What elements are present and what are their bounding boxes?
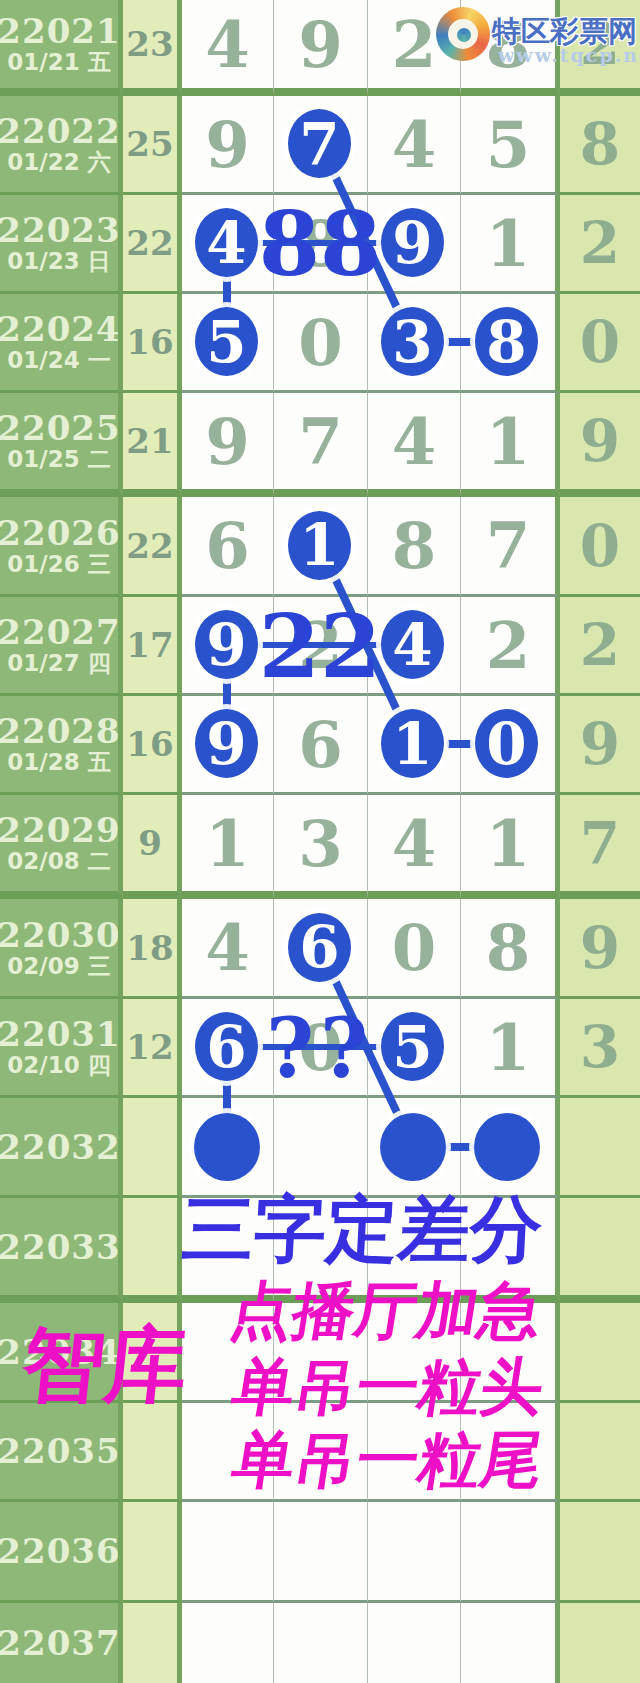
tail-digit-cell: 0 — [560, 294, 640, 393]
digit-cell — [367, 1502, 460, 1603]
lottery-trend-chart: 2202101/21 五23492822202201/22 六259458220… — [0, 0, 640, 1683]
tail-digit-cell — [560, 1603, 640, 1683]
draw-row: 22036 — [0, 1502, 640, 1603]
sum-cell: 21 — [123, 393, 182, 497]
digit-cell: 1 — [182, 795, 273, 899]
period-number: 22031 — [0, 1016, 121, 1052]
circled-digit: 7 — [288, 109, 351, 178]
digit-cell: 7 — [460, 497, 560, 597]
digit-cell: 6 — [182, 497, 273, 597]
site-url-watermark: www.tqcp.net — [498, 44, 640, 66]
period-number: 22022 — [0, 113, 121, 149]
overlay-number-88: 88 — [240, 196, 400, 292]
draw-row: 22032 — [0, 1098, 640, 1198]
circled-digit: 5 — [195, 307, 258, 376]
digit-cell: 2 — [460, 597, 560, 696]
connector-line-dash — [446, 338, 474, 346]
period-cell: 22036 — [0, 1502, 123, 1603]
period-number: 22025 — [0, 410, 121, 446]
sum-cell: 17 — [123, 597, 182, 696]
connector-line-dash — [446, 1143, 474, 1151]
digit-cell: 6 — [273, 696, 367, 795]
banner-blue-text: 三字定差分 — [170, 1191, 554, 1267]
digit-cell: 9 — [273, 0, 367, 96]
period-number: 22021 — [0, 13, 121, 49]
banner-pink-line1: 点播厅加急 — [192, 1276, 579, 1346]
draw-date: 02/10 四 — [7, 1053, 110, 1078]
prediction-circle — [474, 1113, 540, 1181]
sum-cell — [123, 1603, 182, 1683]
sum-cell — [123, 1502, 182, 1603]
tail-digit-cell: 9 — [560, 393, 640, 497]
digit-cell: 4 — [182, 0, 273, 96]
tail-digit-cell: 8 — [560, 96, 640, 195]
digit-cell — [273, 1098, 367, 1198]
sum-cell: 9 — [123, 795, 182, 899]
draw-date: 01/23 日 — [7, 249, 110, 274]
draw-date: 01/24 一 — [7, 348, 110, 373]
digit-cell: 7 — [273, 393, 367, 497]
digit-cell: 1 — [460, 795, 560, 899]
period-cell: 2202501/25 二 — [0, 393, 123, 497]
period-number: 22024 — [0, 311, 121, 347]
sum-cell — [123, 1403, 182, 1502]
draw-date: 02/08 二 — [7, 849, 110, 874]
tail-digit-cell — [560, 1098, 640, 1198]
draw-date: 01/26 三 — [7, 552, 110, 577]
tail-digit-cell: 2 — [560, 195, 640, 294]
period-cell: 2203002/09 三 — [0, 899, 123, 999]
draw-row: 22037 — [0, 1603, 640, 1683]
draw-date: 01/28 五 — [7, 750, 110, 775]
draw-date: 01/21 五 — [7, 50, 110, 75]
period-cell: 2202902/08 二 — [0, 795, 123, 899]
period-cell: 2202601/26 三 — [0, 497, 123, 597]
draw-row: 2202501/25 二2197419 — [0, 393, 640, 497]
circled-digit: 1 — [288, 511, 351, 580]
period-cell: 2203102/10 四 — [0, 999, 123, 1098]
digit-cell: 1 — [460, 393, 560, 497]
sum-cell: 22 — [123, 195, 182, 294]
overlay-number-22: 22 — [240, 598, 400, 694]
digit-cell — [273, 1502, 367, 1603]
tail-digit-cell: 7 — [560, 795, 640, 899]
tail-digit-cell: 0 — [560, 497, 640, 597]
period-cell: 2202201/22 六 — [0, 96, 123, 195]
period-cell: 2202701/27 四 — [0, 597, 123, 696]
sum-cell: 12 — [123, 999, 182, 1098]
tail-digit-cell: 9 — [560, 696, 640, 795]
period-cell: 22037 — [0, 1603, 123, 1683]
period-number: 22033 — [0, 1229, 121, 1265]
sum-cell: 16 — [123, 696, 182, 795]
circled-digit: 1 — [381, 709, 444, 778]
digit-cell: 8 — [367, 497, 460, 597]
digit-cell: 3 — [273, 795, 367, 899]
circled-digit: 3 — [381, 307, 444, 376]
period-cell: 2202301/23 日 — [0, 195, 123, 294]
draw-row: 2202401/24 一1600 — [0, 294, 640, 393]
draw-row: 2202902/08 二913417 — [0, 795, 640, 899]
circled-digit: 6 — [288, 913, 351, 982]
sum-cell: 22 — [123, 497, 182, 597]
period-number: 22037 — [0, 1625, 121, 1661]
draw-date: 01/27 四 — [7, 651, 110, 676]
period-cell: 22032 — [0, 1098, 123, 1198]
digit-cell: 4 — [367, 96, 460, 195]
prediction-circle — [380, 1113, 446, 1181]
digit-cell: 4 — [367, 795, 460, 899]
period-cell: 2202801/28 五 — [0, 696, 123, 795]
tail-digit-cell — [560, 1502, 640, 1603]
digit-cell: 1 — [460, 999, 560, 1098]
tail-digit-cell: 9 — [560, 899, 640, 999]
prediction-circle — [194, 1113, 260, 1181]
banner-pink-line3: 单吊一粒尾 — [194, 1425, 581, 1495]
period-cell: 22033 — [0, 1198, 123, 1303]
period-cell: 22035 — [0, 1403, 123, 1502]
digit-cell: 9 — [182, 96, 273, 195]
digit-cell: 4 — [367, 393, 460, 497]
banner-pink-line2: 单吊一粒头 — [194, 1352, 581, 1422]
circled-digit: 8 — [475, 307, 538, 376]
digit-cell: 1 — [460, 195, 560, 294]
period-number: 22023 — [0, 212, 121, 248]
digit-cell — [460, 1502, 560, 1603]
draw-date: 01/22 六 — [7, 150, 110, 175]
site-logo[interactable]: 特区彩票网 www.tqcp.net — [430, 2, 638, 66]
sum-cell: 23 — [123, 0, 182, 96]
draw-date: 01/25 二 — [7, 447, 110, 472]
period-cell: 2202101/21 五 — [0, 0, 123, 96]
swirl-logo-icon — [436, 7, 490, 61]
connector-line-dash — [446, 740, 474, 748]
digit-cell — [367, 1603, 460, 1683]
sum-cell — [123, 1098, 182, 1198]
draw-row: 2202801/28 五1669 — [0, 696, 640, 795]
period-number: 22028 — [0, 713, 121, 749]
tail-digit-cell: 3 — [560, 999, 640, 1098]
tail-digit-cell: 2 — [560, 597, 640, 696]
digit-cell: 0 — [273, 294, 367, 393]
period-number: 22030 — [0, 917, 121, 953]
period-number: 22027 — [0, 614, 121, 650]
period-number: 22035 — [0, 1433, 121, 1469]
period-number: 22026 — [0, 515, 121, 551]
draw-date: 02/09 三 — [7, 954, 110, 979]
sum-cell: 25 — [123, 96, 182, 195]
digit-cell: 4 — [182, 899, 273, 999]
digit-cell — [182, 1603, 273, 1683]
circled-digit: 9 — [195, 709, 258, 778]
digit-cell: 0 — [367, 899, 460, 999]
digit-cell: 9 — [182, 393, 273, 497]
period-number: 22029 — [0, 812, 121, 848]
digit-cell: 8 — [460, 899, 560, 999]
period-number: 22032 — [0, 1129, 121, 1165]
side-pink-label: 智库 — [7, 1321, 202, 1409]
digit-cell — [460, 1603, 560, 1683]
period-cell: 2202401/24 一 — [0, 294, 123, 393]
sum-cell: 18 — [123, 899, 182, 999]
digit-cell — [182, 1502, 273, 1603]
overlay-number-questionmarks: ?? — [240, 1000, 400, 1096]
period-number: 22036 — [0, 1533, 121, 1569]
circled-digit: 0 — [475, 709, 538, 778]
sum-cell: 16 — [123, 294, 182, 393]
digit-cell: 5 — [460, 96, 560, 195]
digit-cell — [273, 1603, 367, 1683]
